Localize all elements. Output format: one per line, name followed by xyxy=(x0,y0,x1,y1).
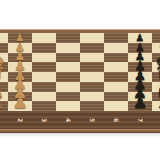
piece-black-rook-a8[interactable]: ♜ xyxy=(156,93,160,111)
square-a4[interactable] xyxy=(56,101,80,111)
square-c3[interactable] xyxy=(32,82,56,92)
square-h6[interactable] xyxy=(104,33,128,43)
square-e5[interactable] xyxy=(80,62,104,72)
square-e4[interactable] xyxy=(56,62,80,72)
square-d6[interactable] xyxy=(104,72,128,82)
piece-black-pawn-a7[interactable]: ♟ xyxy=(132,94,147,111)
square-f4[interactable] xyxy=(56,53,80,63)
square-h3[interactable] xyxy=(32,33,56,43)
board-frame-rank-labels: 12345678 xyxy=(0,111,160,129)
square-b6[interactable] xyxy=(104,92,128,102)
square-g5[interactable] xyxy=(80,43,104,53)
piece-white-pawn-a2[interactable]: ♟ xyxy=(12,94,27,111)
board-front-edge xyxy=(0,129,160,133)
square-a3[interactable] xyxy=(32,101,56,111)
square-d4[interactable] xyxy=(56,72,80,82)
square-g3[interactable] xyxy=(32,43,56,53)
square-d5[interactable] xyxy=(80,72,104,82)
square-e6[interactable] xyxy=(104,62,128,72)
square-b5[interactable] xyxy=(80,92,104,102)
square-b3[interactable] xyxy=(32,92,56,102)
piece-white-rook-a1[interactable]: ♜ xyxy=(0,93,4,111)
square-f6[interactable] xyxy=(104,53,128,63)
square-d3[interactable] xyxy=(32,72,56,82)
square-h5[interactable] xyxy=(80,33,104,43)
square-a6[interactable] xyxy=(104,101,128,111)
square-c5[interactable] xyxy=(80,82,104,92)
rank-label-7: 7 xyxy=(137,118,144,122)
square-g6[interactable] xyxy=(104,43,128,53)
rank-label-3: 3 xyxy=(41,118,48,122)
square-f3[interactable] xyxy=(32,53,56,63)
square-a5[interactable] xyxy=(80,101,104,111)
rank-label-2: 2 xyxy=(17,118,24,122)
square-c4[interactable] xyxy=(56,82,80,92)
square-b4[interactable] xyxy=(56,92,80,102)
square-f5[interactable] xyxy=(80,53,104,63)
rank-label-4: 4 xyxy=(65,118,72,122)
rank-label-6: 6 xyxy=(113,118,120,122)
rank-label-5: 5 xyxy=(89,118,96,122)
square-e3[interactable] xyxy=(32,62,56,72)
square-h4[interactable] xyxy=(56,33,80,43)
square-c6[interactable] xyxy=(104,82,128,92)
square-g4[interactable] xyxy=(56,43,80,53)
photo-canvas: ♜♞♝♛♚♝♞♜♟♟♟♟♟♟♟♟♟♟♟♟♟♟♟♟♜♞♝♛♚♝♞♜ 1234567… xyxy=(0,0,160,160)
chess-board: ♜♞♝♛♚♝♞♜♟♟♟♟♟♟♟♟♟♟♟♟♟♟♟♟♜♞♝♛♚♝♞♜ 1234567… xyxy=(0,29,160,133)
